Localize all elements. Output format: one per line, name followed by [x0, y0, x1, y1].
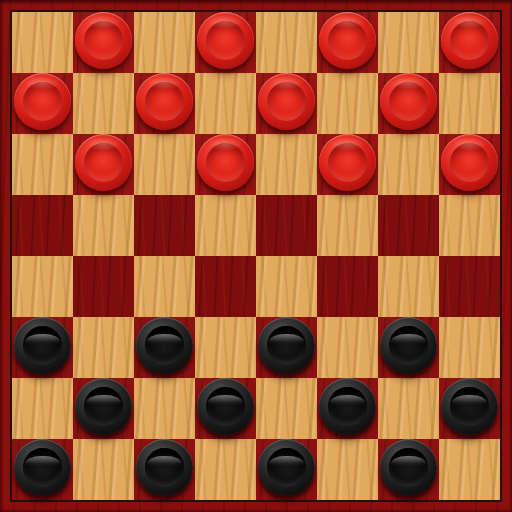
- light-square-r5c7: [378, 256, 439, 317]
- dark-square-23[interactable]: [256, 317, 317, 378]
- dark-square-16[interactable]: [378, 195, 439, 256]
- red-checker-piece[interactable]: [136, 73, 193, 130]
- dark-square-11[interactable]: [317, 134, 378, 195]
- light-square-r4c6: [317, 195, 378, 256]
- red-checker-piece[interactable]: [75, 134, 132, 191]
- dark-square-31[interactable]: [256, 439, 317, 500]
- light-square-r8c4: [195, 439, 256, 500]
- light-square-r2c2: [73, 73, 134, 134]
- black-checker-piece[interactable]: [14, 317, 71, 374]
- dark-square-10[interactable]: [195, 134, 256, 195]
- dark-square-24[interactable]: [378, 317, 439, 378]
- dark-square-30[interactable]: [134, 439, 195, 500]
- dark-square-26[interactable]: [195, 378, 256, 439]
- dark-square-4[interactable]: [439, 12, 500, 73]
- light-square-r6c6: [317, 317, 378, 378]
- red-checker-piece[interactable]: [380, 73, 437, 130]
- red-checker-piece[interactable]: [14, 73, 71, 130]
- light-square-r1c5: [256, 12, 317, 73]
- board-frame: [0, 0, 512, 512]
- dark-square-8[interactable]: [378, 73, 439, 134]
- light-square-r2c8: [439, 73, 500, 134]
- light-square-r8c8: [439, 439, 500, 500]
- dark-square-9[interactable]: [73, 134, 134, 195]
- light-square-r8c2: [73, 439, 134, 500]
- light-square-r7c1: [12, 378, 73, 439]
- light-square-r5c1: [12, 256, 73, 317]
- dark-square-2[interactable]: [195, 12, 256, 73]
- black-checker-piece[interactable]: [319, 378, 376, 435]
- black-checker-piece[interactable]: [75, 378, 132, 435]
- light-square-r7c3: [134, 378, 195, 439]
- red-checker-piece[interactable]: [319, 12, 376, 69]
- dark-square-27[interactable]: [317, 378, 378, 439]
- dark-square-20[interactable]: [439, 256, 500, 317]
- red-checker-piece[interactable]: [258, 73, 315, 130]
- light-square-r7c5: [256, 378, 317, 439]
- dark-square-22[interactable]: [134, 317, 195, 378]
- black-checker-piece[interactable]: [258, 439, 315, 496]
- light-square-r2c4: [195, 73, 256, 134]
- black-checker-piece[interactable]: [14, 439, 71, 496]
- dark-square-5[interactable]: [12, 73, 73, 134]
- dark-square-7[interactable]: [256, 73, 317, 134]
- red-checker-piece[interactable]: [441, 12, 498, 69]
- light-square-r2c6: [317, 73, 378, 134]
- black-checker-piece[interactable]: [441, 378, 498, 435]
- dark-square-18[interactable]: [195, 256, 256, 317]
- light-square-r4c8: [439, 195, 500, 256]
- dark-square-25[interactable]: [73, 378, 134, 439]
- light-square-r3c3: [134, 134, 195, 195]
- dark-square-15[interactable]: [256, 195, 317, 256]
- black-checker-piece[interactable]: [258, 317, 315, 374]
- light-square-r6c2: [73, 317, 134, 378]
- light-square-r5c5: [256, 256, 317, 317]
- dark-square-32[interactable]: [378, 439, 439, 500]
- black-checker-piece[interactable]: [136, 317, 193, 374]
- black-checker-piece[interactable]: [380, 317, 437, 374]
- light-square-r6c8: [439, 317, 500, 378]
- red-checker-piece[interactable]: [319, 134, 376, 191]
- black-checker-piece[interactable]: [136, 439, 193, 496]
- light-square-r1c3: [134, 12, 195, 73]
- dark-square-14[interactable]: [134, 195, 195, 256]
- light-square-r3c1: [12, 134, 73, 195]
- dark-square-12[interactable]: [439, 134, 500, 195]
- light-square-r4c4: [195, 195, 256, 256]
- light-square-r4c2: [73, 195, 134, 256]
- light-square-r5c3: [134, 256, 195, 317]
- dark-square-13[interactable]: [12, 195, 73, 256]
- light-square-r8c6: [317, 439, 378, 500]
- dark-square-29[interactable]: [12, 439, 73, 500]
- light-square-r3c7: [378, 134, 439, 195]
- light-square-r1c1: [12, 12, 73, 73]
- dark-square-19[interactable]: [317, 256, 378, 317]
- dark-square-21[interactable]: [12, 317, 73, 378]
- red-checker-piece[interactable]: [197, 12, 254, 69]
- black-checker-piece[interactable]: [380, 439, 437, 496]
- light-square-r3c5: [256, 134, 317, 195]
- light-square-r7c7: [378, 378, 439, 439]
- dark-square-6[interactable]: [134, 73, 195, 134]
- dark-square-28[interactable]: [439, 378, 500, 439]
- red-checker-piece[interactable]: [441, 134, 498, 191]
- light-square-r6c4: [195, 317, 256, 378]
- checkers-board: [10, 10, 502, 502]
- light-square-r1c7: [378, 12, 439, 73]
- red-checker-piece[interactable]: [197, 134, 254, 191]
- dark-square-17[interactable]: [73, 256, 134, 317]
- dark-square-1[interactable]: [73, 12, 134, 73]
- dark-square-3[interactable]: [317, 12, 378, 73]
- red-checker-piece[interactable]: [75, 12, 132, 69]
- black-checker-piece[interactable]: [197, 378, 254, 435]
